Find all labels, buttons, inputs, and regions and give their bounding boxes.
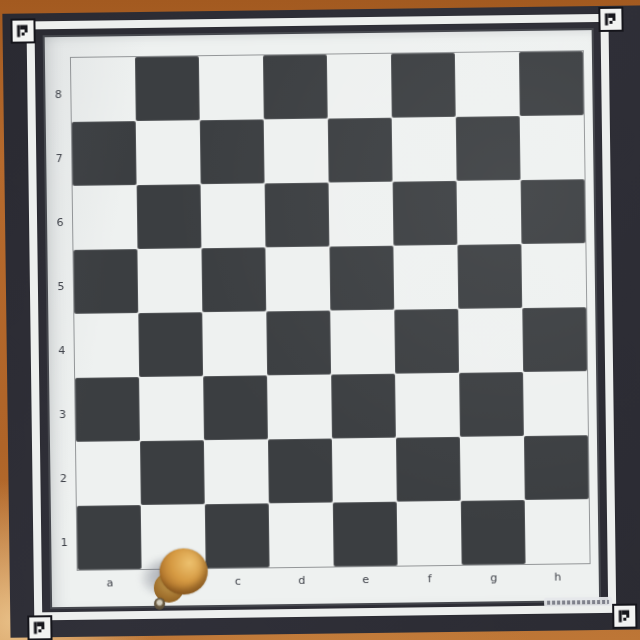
square-c5[interactable]: [201, 247, 266, 312]
square-h4[interactable]: [522, 307, 587, 372]
board-field: 87654321 abcdefgh: [43, 28, 601, 609]
square-b2[interactable]: [140, 440, 205, 505]
square-f7[interactable]: [392, 117, 457, 182]
square-d7[interactable]: [264, 119, 329, 184]
square-d1[interactable]: [269, 503, 334, 568]
square-h6[interactable]: [521, 179, 586, 244]
square-f8[interactable]: [391, 53, 456, 118]
square-c3[interactable]: [203, 375, 268, 440]
chess-board: [71, 51, 590, 570]
square-d5[interactable]: [265, 247, 330, 312]
square-b5[interactable]: [137, 248, 202, 313]
fiducial-marker-icon: [598, 7, 623, 32]
fiducial-glyph-icon: [603, 12, 618, 27]
square-g4[interactable]: [458, 308, 523, 373]
square-a3[interactable]: [75, 377, 140, 442]
rank-label-6: 6: [47, 186, 74, 250]
rank-label-4: 4: [48, 314, 75, 378]
square-e5[interactable]: [329, 246, 394, 311]
square-a6[interactable]: [73, 185, 138, 250]
square-c6[interactable]: [201, 183, 266, 248]
fiducial-glyph-icon: [32, 620, 47, 635]
square-h1[interactable]: [525, 499, 590, 564]
square-h3[interactable]: [523, 371, 588, 436]
square-a1[interactable]: [77, 505, 142, 570]
square-a5[interactable]: [73, 249, 138, 314]
square-f1[interactable]: [397, 501, 462, 566]
square-f2[interactable]: [396, 437, 461, 502]
square-e2[interactable]: [332, 438, 397, 503]
file-label-e: e: [334, 566, 398, 601]
square-b7[interactable]: [136, 120, 201, 185]
rank-label-3: 3: [49, 378, 76, 442]
square-b8[interactable]: [135, 56, 200, 121]
square-a2[interactable]: [76, 441, 141, 506]
square-h2[interactable]: [524, 435, 589, 500]
rank-label-5: 5: [47, 250, 74, 314]
square-d8[interactable]: [263, 55, 328, 120]
square-h5[interactable]: [521, 243, 586, 308]
pawn-head: [159, 548, 208, 595]
rank-label-8: 8: [45, 58, 72, 122]
fiducial-glyph-icon: [15, 23, 30, 38]
url-watermark: [544, 597, 612, 607]
fiducial-glyph-icon: [617, 609, 632, 624]
rank-label-1: 1: [51, 506, 78, 570]
square-e8[interactable]: [327, 54, 392, 119]
square-d4[interactable]: [266, 311, 331, 376]
file-label-h: h: [526, 563, 590, 598]
square-e7[interactable]: [328, 118, 393, 183]
square-g6[interactable]: [457, 180, 522, 245]
square-a4[interactable]: [74, 313, 139, 378]
square-f5[interactable]: [393, 245, 458, 310]
square-c8[interactable]: [199, 55, 264, 120]
table-surface: 87654321 abcdefgh: [0, 0, 640, 640]
square-c2[interactable]: [204, 439, 269, 504]
square-g3[interactable]: [459, 372, 524, 437]
white-pawn[interactable]: [145, 544, 222, 625]
fiducial-marker-icon: [612, 604, 637, 629]
square-g8[interactable]: [455, 52, 520, 117]
pawn-base-ring: [154, 598, 165, 610]
fiducial-marker-icon: [27, 615, 52, 640]
square-h8[interactable]: [519, 51, 584, 116]
square-d6[interactable]: [265, 183, 330, 248]
square-d3[interactable]: [267, 375, 332, 440]
square-e3[interactable]: [331, 374, 396, 439]
square-b6[interactable]: [137, 184, 202, 249]
square-f4[interactable]: [394, 309, 459, 374]
square-f6[interactable]: [393, 181, 458, 246]
square-c4[interactable]: [202, 311, 267, 376]
rank-label-2: 2: [50, 442, 77, 506]
square-g2[interactable]: [460, 436, 525, 501]
square-h7[interactable]: [520, 115, 585, 180]
square-c7[interactable]: [200, 119, 265, 184]
rank-label-7: 7: [46, 122, 73, 186]
file-label-d: d: [270, 567, 334, 602]
square-e4[interactable]: [330, 310, 395, 375]
file-label-g: g: [462, 564, 526, 599]
file-label-a: a: [78, 569, 142, 604]
square-b3[interactable]: [139, 376, 204, 441]
file-label-f: f: [398, 565, 462, 600]
square-g1[interactable]: [461, 500, 526, 565]
square-d2[interactable]: [268, 439, 333, 504]
square-f3[interactable]: [395, 373, 460, 438]
square-a7[interactable]: [72, 121, 137, 186]
square-e6[interactable]: [329, 182, 394, 247]
square-b4[interactable]: [138, 312, 203, 377]
fiducial-marker-icon: [10, 18, 35, 43]
square-a8[interactable]: [71, 57, 136, 122]
square-e1[interactable]: [333, 502, 398, 567]
square-g5[interactable]: [457, 244, 522, 309]
chessboard-mat: 87654321 abcdefgh: [2, 5, 640, 637]
square-g7[interactable]: [456, 116, 521, 181]
